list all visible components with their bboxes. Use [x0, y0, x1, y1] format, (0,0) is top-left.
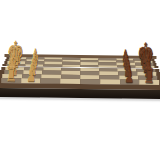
chess-set-photo: ♜♞♝♛♚♝♞♜♟♟♟♟♟♟♟♟♟♟♟♟♟♟♟♟♜♞♝♛♚♝♞♜: [0, 0, 160, 160]
piece-black-rook: ♜: [144, 66, 155, 86]
pieces-layer: ♜♞♝♛♚♝♞♜♟♟♟♟♟♟♟♟♟♟♟♟♟♟♟♟♜♞♝♛♚♝♞♜: [0, 0, 160, 160]
board-scene: ♜♞♝♛♚♝♞♜♟♟♟♟♟♟♟♟♟♟♟♟♟♟♟♟♜♞♝♛♚♝♞♜: [0, 0, 160, 160]
piece-white-pawn: ♟: [26, 67, 36, 84]
piece-black-pawn: ♟: [125, 68, 135, 85]
piece-white-rook: ♜: [5, 64, 16, 84]
